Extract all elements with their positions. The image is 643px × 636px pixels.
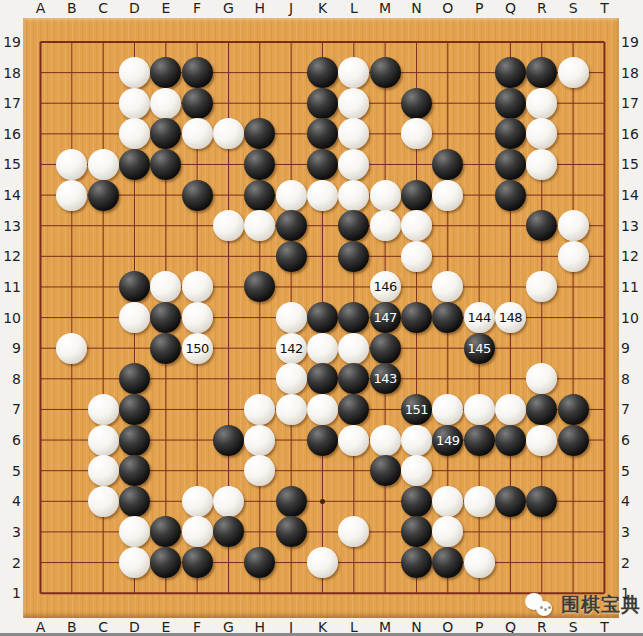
stone[interactable] (244, 547, 275, 578)
stone[interactable] (401, 516, 432, 547)
stone[interactable] (370, 57, 401, 88)
row-label-left: 13 (0, 219, 21, 233)
stone[interactable] (119, 363, 150, 394)
stone[interactable] (213, 516, 244, 547)
stone[interactable] (182, 88, 213, 119)
row-label-left: 15 (0, 157, 21, 171)
column-label-bottom: Q (500, 620, 520, 634)
stone[interactable] (56, 149, 87, 180)
stone[interactable] (213, 425, 244, 456)
column-label-bottom: G (218, 620, 238, 634)
stone[interactable] (88, 486, 119, 517)
move-number-label: 150 (185, 342, 208, 355)
column-label-top: Q (500, 1, 520, 15)
stone[interactable] (244, 425, 275, 456)
column-label-top: K (312, 1, 332, 15)
row-label-left: 6 (0, 433, 21, 447)
row-label-left: 3 (0, 525, 21, 539)
logo: 围棋宝典 (523, 590, 641, 620)
stone[interactable] (370, 455, 401, 486)
stone[interactable] (495, 180, 526, 211)
column-label-top: P (469, 1, 489, 15)
row-label-left: 2 (0, 556, 21, 570)
stone[interactable] (432, 180, 463, 211)
stone[interactable] (244, 180, 275, 211)
column-label-top: F (187, 1, 207, 15)
stone[interactable] (432, 547, 463, 578)
stone[interactable]: 142 (276, 333, 307, 364)
stone[interactable] (119, 425, 150, 456)
stone[interactable] (495, 394, 526, 425)
stone[interactable] (307, 302, 338, 333)
column-label-bottom: A (31, 620, 51, 634)
row-label-right: 7 (621, 402, 642, 416)
stone[interactable] (558, 57, 589, 88)
stone[interactable] (276, 363, 307, 394)
stone[interactable] (119, 271, 150, 302)
go-stones-logo-icon (523, 591, 557, 619)
screenshot-stage: AABBCCDDEEFFGGHHJJKKLLMMNNOOPPQQRRSSTT19… (0, 0, 643, 636)
stone[interactable] (526, 271, 557, 302)
stone[interactable] (495, 57, 526, 88)
stone[interactable] (119, 118, 150, 149)
stone[interactable] (150, 118, 181, 149)
column-label-bottom: E (156, 620, 176, 634)
stone[interactable] (182, 57, 213, 88)
stone[interactable] (244, 271, 275, 302)
move-number-label: 144 (467, 311, 490, 324)
stone[interactable] (150, 271, 181, 302)
stone[interactable] (56, 333, 87, 364)
stone[interactable] (558, 241, 589, 272)
row-label-right: 15 (621, 157, 642, 171)
stone[interactable] (276, 516, 307, 547)
row-label-right: 19 (621, 35, 642, 49)
column-label-top: L (344, 1, 364, 15)
stone[interactable] (401, 180, 432, 211)
stone[interactable] (182, 302, 213, 333)
move-number-label: 149 (436, 434, 459, 447)
stone[interactable] (432, 516, 463, 547)
column-label-top: S (563, 1, 583, 15)
stone[interactable] (88, 425, 119, 456)
move-number-label: 151 (405, 403, 428, 416)
column-label-bottom: O (438, 620, 458, 634)
stone[interactable] (276, 210, 307, 241)
column-label-top: O (438, 1, 458, 15)
row-label-left: 10 (0, 311, 21, 325)
stone[interactable] (558, 425, 589, 456)
row-label-right: 5 (621, 464, 642, 478)
row-label-right: 6 (621, 433, 642, 447)
column-label-top: C (93, 1, 113, 15)
row-label-left: 5 (0, 464, 21, 478)
row-label-right: 11 (621, 280, 642, 294)
stone[interactable] (526, 425, 557, 456)
stone[interactable] (88, 455, 119, 486)
stone[interactable] (307, 118, 338, 149)
stone[interactable] (119, 547, 150, 578)
stone[interactable] (244, 394, 275, 425)
stone[interactable] (401, 118, 432, 149)
column-label-top: A (31, 1, 51, 15)
logo-text: 围棋宝典 (561, 592, 641, 618)
stone[interactable] (150, 57, 181, 88)
column-label-bottom: P (469, 620, 489, 634)
stone[interactable] (370, 333, 401, 364)
stone[interactable] (401, 455, 432, 486)
row-label-left: 19 (0, 35, 21, 49)
stone[interactable] (182, 486, 213, 517)
row-label-left: 16 (0, 127, 21, 141)
stone[interactable] (432, 394, 463, 425)
column-label-bottom: M (375, 620, 395, 634)
stone[interactable] (244, 455, 275, 486)
stone[interactable] (307, 57, 338, 88)
stone[interactable] (307, 547, 338, 578)
column-label-top: D (124, 1, 144, 15)
move-number-label: 143 (373, 372, 396, 385)
stone[interactable] (213, 118, 244, 149)
column-label-bottom: F (187, 620, 207, 634)
stone[interactable] (182, 271, 213, 302)
row-label-right: 8 (621, 372, 642, 386)
stone[interactable] (464, 486, 495, 517)
stone[interactable] (526, 88, 557, 119)
stone[interactable] (182, 118, 213, 149)
stone[interactable] (558, 210, 589, 241)
stone[interactable] (119, 516, 150, 547)
stone[interactable] (150, 88, 181, 119)
row-label-right: 14 (621, 188, 642, 202)
stone[interactable] (182, 547, 213, 578)
column-label-top: E (156, 1, 176, 15)
stone[interactable] (244, 210, 275, 241)
stone[interactable] (558, 394, 589, 425)
stone[interactable] (182, 516, 213, 547)
column-label-bottom: J (281, 620, 301, 634)
stone[interactable] (432, 302, 463, 333)
stone[interactable] (338, 241, 369, 272)
stone[interactable] (276, 394, 307, 425)
row-label-left: 9 (0, 341, 21, 355)
stone[interactable] (464, 547, 495, 578)
row-label-left: 8 (0, 372, 21, 386)
row-label-left: 4 (0, 494, 21, 508)
stone[interactable] (526, 210, 557, 241)
row-label-right: 12 (621, 249, 642, 263)
stone[interactable] (338, 210, 369, 241)
stone[interactable]: 145 (464, 333, 495, 364)
row-label-right: 13 (621, 219, 642, 233)
stone[interactable] (401, 88, 432, 119)
stone[interactable] (88, 149, 119, 180)
stone[interactable] (526, 486, 557, 517)
stone[interactable] (276, 486, 307, 517)
stone[interactable] (338, 516, 369, 547)
column-label-top: G (218, 1, 238, 15)
row-label-left: 11 (0, 280, 21, 294)
stone[interactable]: 148 (495, 302, 526, 333)
row-label-right: 4 (621, 494, 642, 508)
stone[interactable] (338, 363, 369, 394)
stone[interactable] (150, 149, 181, 180)
column-label-top: R (532, 1, 552, 15)
stone[interactable] (276, 241, 307, 272)
stone[interactable] (401, 302, 432, 333)
stone[interactable] (88, 394, 119, 425)
row-label-right: 9 (621, 341, 642, 355)
row-label-right: 3 (621, 525, 642, 539)
stone[interactable] (213, 486, 244, 517)
stone[interactable] (244, 118, 275, 149)
stone[interactable] (338, 118, 369, 149)
stone[interactable] (401, 241, 432, 272)
stone[interactable] (401, 425, 432, 456)
move-number-label: 147 (373, 311, 396, 324)
stone[interactable] (307, 333, 338, 364)
column-label-top: B (62, 1, 82, 15)
column-label-bottom: H (250, 620, 270, 634)
stone[interactable] (338, 333, 369, 364)
stone[interactable]: 146 (370, 271, 401, 302)
column-label-bottom: T (594, 620, 614, 634)
column-label-bottom: L (344, 620, 364, 634)
row-label-left: 17 (0, 96, 21, 110)
move-number-label: 148 (499, 311, 522, 324)
stone[interactable] (526, 118, 557, 149)
stone[interactable] (338, 149, 369, 180)
stone[interactable] (150, 333, 181, 364)
row-label-right: 17 (621, 96, 642, 110)
stone[interactable] (150, 547, 181, 578)
row-label-left: 18 (0, 66, 21, 80)
stone[interactable] (432, 486, 463, 517)
row-label-left: 12 (0, 249, 21, 263)
stone[interactable] (401, 547, 432, 578)
stone[interactable]: 143 (370, 363, 401, 394)
column-label-top: M (375, 1, 395, 15)
stone[interactable] (495, 118, 526, 149)
stone[interactable]: 150 (182, 333, 213, 364)
row-label-right: 18 (621, 66, 642, 80)
stone[interactable]: 151 (401, 394, 432, 425)
stone[interactable] (244, 149, 275, 180)
stone[interactable] (150, 302, 181, 333)
stone[interactable] (307, 149, 338, 180)
stone[interactable] (119, 486, 150, 517)
move-number-label: 146 (373, 280, 396, 293)
stone[interactable] (307, 363, 338, 394)
stone[interactable] (88, 180, 119, 211)
move-number-label: 142 (279, 342, 302, 355)
move-number-label: 145 (467, 342, 490, 355)
stone[interactable] (370, 425, 401, 456)
stone[interactable] (119, 88, 150, 119)
stone[interactable] (213, 210, 244, 241)
stone[interactable] (464, 425, 495, 456)
column-label-bottom: S (563, 620, 583, 634)
stone[interactable] (432, 149, 463, 180)
stone[interactable] (338, 425, 369, 456)
stone[interactable] (182, 180, 213, 211)
stone[interactable] (432, 271, 463, 302)
stone[interactable] (276, 180, 307, 211)
row-label-right: 16 (621, 127, 642, 141)
stone[interactable] (526, 363, 557, 394)
stone[interactable] (495, 88, 526, 119)
stone[interactable] (495, 149, 526, 180)
row-label-left: 14 (0, 188, 21, 202)
column-label-bottom: R (532, 620, 552, 634)
stone[interactable] (56, 180, 87, 211)
stone[interactable] (370, 180, 401, 211)
stone[interactable] (119, 394, 150, 425)
stone[interactable] (307, 425, 338, 456)
stone[interactable] (370, 210, 401, 241)
stone[interactable] (495, 486, 526, 517)
stone[interactable] (119, 149, 150, 180)
column-label-bottom: B (62, 620, 82, 634)
stone[interactable] (401, 210, 432, 241)
stone[interactable] (307, 394, 338, 425)
stone[interactable] (338, 302, 369, 333)
column-label-bottom: C (93, 620, 113, 634)
stone[interactable] (338, 180, 369, 211)
stone[interactable] (307, 88, 338, 119)
stone[interactable]: 144 (464, 302, 495, 333)
stone[interactable] (338, 57, 369, 88)
board-overlay: AABBCCDDEEFFGGHHJJKKLLMMNNOOPPQQRRSSTT19… (0, 0, 643, 636)
stone[interactable] (526, 149, 557, 180)
stone[interactable]: 149 (432, 425, 463, 456)
stone[interactable] (276, 302, 307, 333)
stone[interactable] (526, 394, 557, 425)
column-label-top: N (406, 1, 426, 15)
column-label-bottom: K (312, 620, 332, 634)
row-label-left: 1 (0, 586, 21, 600)
stone[interactable]: 147 (370, 302, 401, 333)
stone[interactable] (307, 180, 338, 211)
stone[interactable] (150, 516, 181, 547)
stone[interactable] (119, 302, 150, 333)
row-label-left: 7 (0, 402, 21, 416)
stone[interactable] (526, 57, 557, 88)
stone[interactable] (464, 394, 495, 425)
row-label-right: 2 (621, 556, 642, 570)
row-label-right: 10 (621, 311, 642, 325)
star-point (320, 499, 325, 504)
stone[interactable] (119, 455, 150, 486)
stone[interactable] (401, 486, 432, 517)
stone[interactable] (338, 394, 369, 425)
stone[interactable] (119, 57, 150, 88)
column-label-top: J (281, 1, 301, 15)
column-label-top: T (594, 1, 614, 15)
column-label-top: H (250, 1, 270, 15)
stone[interactable] (338, 88, 369, 119)
column-label-bottom: N (406, 620, 426, 634)
column-label-bottom: D (124, 620, 144, 634)
stone[interactable] (495, 425, 526, 456)
